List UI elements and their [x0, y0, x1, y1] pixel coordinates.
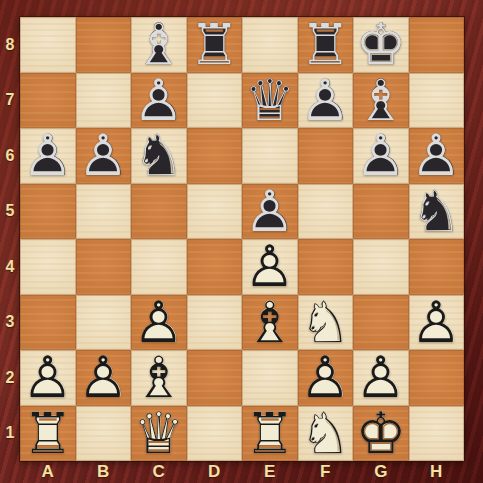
piece-fill-glyph: ♟︎ — [353, 350, 409, 406]
piece-outline-glyph: ♖︎ — [187, 17, 243, 73]
square-f7[interactable]: ♟︎♙︎ — [298, 73, 354, 129]
piece-outline-glyph: ♙︎ — [353, 128, 409, 184]
square-f8[interactable]: ♜︎♖︎ — [298, 17, 354, 73]
file-label-e: E — [242, 461, 298, 483]
square-h5[interactable]: ♞︎♘︎ — [409, 184, 465, 240]
square-a4[interactable] — [20, 239, 76, 295]
piece-fill-glyph: ♚︎ — [353, 406, 409, 462]
piece-white-pawn: ♟︎♙︎ — [353, 350, 409, 406]
square-d7[interactable] — [187, 73, 243, 129]
piece-fill-glyph: ♝︎ — [131, 17, 187, 73]
rank-label-6: 6 — [0, 128, 20, 184]
chess-diagram: 87654321 ♝︎♗︎♜︎♖︎♜︎♖︎♚︎♔︎♟︎♙︎♛︎♕︎♟︎♙︎♝︎♗… — [0, 0, 483, 483]
square-e7[interactable]: ♛︎♕︎ — [242, 73, 298, 129]
square-e2[interactable] — [242, 350, 298, 406]
piece-white-pawn: ♟︎♙︎ — [76, 350, 132, 406]
piece-white-pawn: ♟︎♙︎ — [409, 295, 465, 351]
piece-white-rook: ♜︎♖︎ — [242, 406, 298, 462]
square-e4[interactable]: ♟︎♙︎ — [242, 239, 298, 295]
square-g1[interactable]: ♚︎♔︎ — [353, 406, 409, 462]
piece-fill-glyph: ♞︎ — [298, 295, 354, 351]
piece-black-pawn: ♟︎♙︎ — [353, 128, 409, 184]
piece-outline-glyph: ♙︎ — [131, 295, 187, 351]
piece-outline-glyph: ♗︎ — [131, 17, 187, 73]
square-h3[interactable]: ♟︎♙︎ — [409, 295, 465, 351]
piece-fill-glyph: ♟︎ — [298, 350, 354, 406]
piece-fill-glyph: ♟︎ — [20, 128, 76, 184]
piece-black-bishop: ♝︎♗︎ — [131, 17, 187, 73]
piece-fill-glyph: ♜︎ — [298, 17, 354, 73]
square-g7[interactable]: ♝︎♗︎ — [353, 73, 409, 129]
square-g8[interactable]: ♚︎♔︎ — [353, 17, 409, 73]
piece-white-king: ♚︎♔︎ — [353, 406, 409, 462]
square-f1[interactable]: ♞︎♘︎ — [298, 406, 354, 462]
piece-outline-glyph: ♙︎ — [242, 184, 298, 240]
piece-black-king: ♚︎♔︎ — [353, 17, 409, 73]
piece-white-knight: ♞︎♘︎ — [298, 295, 354, 351]
rank-label-1: 1 — [0, 406, 20, 462]
chess-board: ♝︎♗︎♜︎♖︎♜︎♖︎♚︎♔︎♟︎♙︎♛︎♕︎♟︎♙︎♝︎♗︎♟︎♙︎♟︎♙︎… — [20, 17, 464, 461]
piece-outline-glyph: ♙︎ — [76, 128, 132, 184]
square-d3[interactable] — [187, 295, 243, 351]
piece-outline-glyph: ♙︎ — [131, 73, 187, 129]
piece-outline-glyph: ♗︎ — [242, 295, 298, 351]
piece-white-pawn: ♟︎♙︎ — [131, 295, 187, 351]
piece-fill-glyph: ♞︎ — [131, 128, 187, 184]
square-f4[interactable] — [298, 239, 354, 295]
piece-outline-glyph: ♙︎ — [409, 295, 465, 351]
file-label-c: C — [131, 461, 187, 483]
square-h6[interactable]: ♟︎♙︎ — [409, 128, 465, 184]
piece-outline-glyph: ♙︎ — [298, 350, 354, 406]
square-a6[interactable]: ♟︎♙︎ — [20, 128, 76, 184]
piece-black-pawn: ♟︎♙︎ — [131, 73, 187, 129]
piece-fill-glyph: ♟︎ — [298, 73, 354, 129]
square-b1[interactable] — [76, 406, 132, 462]
square-b8[interactable] — [76, 17, 132, 73]
piece-outline-glyph: ♔︎ — [353, 406, 409, 462]
piece-outline-glyph: ♙︎ — [298, 73, 354, 129]
piece-black-queen: ♛︎♕︎ — [242, 73, 298, 129]
piece-fill-glyph: ♟︎ — [20, 350, 76, 406]
square-g2[interactable]: ♟︎♙︎ — [353, 350, 409, 406]
piece-black-knight: ♞︎♘︎ — [131, 128, 187, 184]
square-f6[interactable] — [298, 128, 354, 184]
square-b2[interactable]: ♟︎♙︎ — [76, 350, 132, 406]
square-c7[interactable]: ♟︎♙︎ — [131, 73, 187, 129]
piece-fill-glyph: ♝︎ — [242, 295, 298, 351]
rank-label-3: 3 — [0, 295, 20, 351]
square-a1[interactable]: ♜︎♖︎ — [20, 406, 76, 462]
square-h8[interactable] — [409, 17, 465, 73]
square-h1[interactable] — [409, 406, 465, 462]
piece-fill-glyph: ♛︎ — [131, 406, 187, 462]
piece-white-bishop: ♝︎♗︎ — [242, 295, 298, 351]
piece-white-rook: ♜︎♖︎ — [20, 406, 76, 462]
rank-label-4: 4 — [0, 239, 20, 295]
piece-fill-glyph: ♜︎ — [187, 17, 243, 73]
square-f2[interactable]: ♟︎♙︎ — [298, 350, 354, 406]
square-b4[interactable] — [76, 239, 132, 295]
rank-label-8: 8 — [0, 17, 20, 73]
piece-outline-glyph: ♙︎ — [20, 350, 76, 406]
piece-black-knight: ♞︎♘︎ — [409, 184, 465, 240]
piece-outline-glyph: ♗︎ — [131, 350, 187, 406]
square-b6[interactable]: ♟︎♙︎ — [76, 128, 132, 184]
rank-labels: 87654321 — [0, 17, 20, 461]
piece-fill-glyph: ♞︎ — [409, 184, 465, 240]
piece-fill-glyph: ♟︎ — [353, 128, 409, 184]
square-c6[interactable]: ♞︎♘︎ — [131, 128, 187, 184]
piece-white-pawn: ♟︎♙︎ — [242, 239, 298, 295]
piece-fill-glyph: ♚︎ — [353, 17, 409, 73]
square-d5[interactable] — [187, 184, 243, 240]
rank-label-2: 2 — [0, 350, 20, 406]
piece-outline-glyph: ♖︎ — [298, 17, 354, 73]
square-b7[interactable] — [76, 73, 132, 129]
piece-black-pawn: ♟︎♙︎ — [20, 128, 76, 184]
piece-white-pawn: ♟︎♙︎ — [298, 350, 354, 406]
square-c3[interactable]: ♟︎♙︎ — [131, 295, 187, 351]
piece-fill-glyph: ♟︎ — [76, 128, 132, 184]
piece-fill-glyph: ♟︎ — [242, 184, 298, 240]
piece-fill-glyph: ♝︎ — [353, 73, 409, 129]
piece-fill-glyph: ♟︎ — [409, 128, 465, 184]
piece-black-pawn: ♟︎♙︎ — [409, 128, 465, 184]
piece-outline-glyph: ♗︎ — [353, 73, 409, 129]
square-b3[interactable] — [76, 295, 132, 351]
piece-white-queen: ♛︎♕︎ — [131, 406, 187, 462]
square-e1[interactable]: ♜︎♖︎ — [242, 406, 298, 462]
piece-outline-glyph: ♘︎ — [298, 406, 354, 462]
piece-black-pawn: ♟︎♙︎ — [298, 73, 354, 129]
piece-outline-glyph: ♘︎ — [298, 295, 354, 351]
square-h4[interactable] — [409, 239, 465, 295]
square-d4[interactable] — [187, 239, 243, 295]
file-label-d: D — [187, 461, 243, 483]
square-g3[interactable] — [353, 295, 409, 351]
square-e3[interactable]: ♝︎♗︎ — [242, 295, 298, 351]
piece-fill-glyph: ♜︎ — [20, 406, 76, 462]
piece-fill-glyph: ♜︎ — [242, 406, 298, 462]
piece-black-rook: ♜︎♖︎ — [298, 17, 354, 73]
square-c4[interactable] — [131, 239, 187, 295]
file-label-g: G — [353, 461, 409, 483]
piece-outline-glyph: ♙︎ — [353, 350, 409, 406]
piece-outline-glyph: ♙︎ — [20, 128, 76, 184]
square-a5[interactable] — [20, 184, 76, 240]
square-e5[interactable]: ♟︎♙︎ — [242, 184, 298, 240]
piece-black-pawn: ♟︎♙︎ — [76, 128, 132, 184]
square-g6[interactable]: ♟︎♙︎ — [353, 128, 409, 184]
piece-white-bishop: ♝︎♗︎ — [131, 350, 187, 406]
square-e6[interactable] — [242, 128, 298, 184]
square-a8[interactable] — [20, 17, 76, 73]
piece-fill-glyph: ♟︎ — [409, 295, 465, 351]
piece-outline-glyph: ♕︎ — [131, 406, 187, 462]
file-label-b: B — [76, 461, 132, 483]
square-g5[interactable] — [353, 184, 409, 240]
square-g4[interactable] — [353, 239, 409, 295]
file-label-f: F — [298, 461, 354, 483]
piece-outline-glyph: ♙︎ — [76, 350, 132, 406]
square-a2[interactable]: ♟︎♙︎ — [20, 350, 76, 406]
piece-fill-glyph: ♝︎ — [131, 350, 187, 406]
rank-label-5: 5 — [0, 184, 20, 240]
piece-outline-glyph: ♘︎ — [131, 128, 187, 184]
piece-outline-glyph: ♖︎ — [242, 406, 298, 462]
square-c2[interactable]: ♝︎♗︎ — [131, 350, 187, 406]
file-label-h: H — [409, 461, 465, 483]
square-a3[interactable] — [20, 295, 76, 351]
square-h7[interactable] — [409, 73, 465, 129]
square-b5[interactable] — [76, 184, 132, 240]
piece-fill-glyph: ♟︎ — [76, 350, 132, 406]
square-f3[interactable]: ♞︎♘︎ — [298, 295, 354, 351]
piece-outline-glyph: ♘︎ — [409, 184, 465, 240]
square-f5[interactable] — [298, 184, 354, 240]
piece-fill-glyph: ♟︎ — [131, 295, 187, 351]
square-h2[interactable] — [409, 350, 465, 406]
square-d6[interactable] — [187, 128, 243, 184]
square-c5[interactable] — [131, 184, 187, 240]
piece-white-knight: ♞︎♘︎ — [298, 406, 354, 462]
piece-outline-glyph: ♔︎ — [353, 17, 409, 73]
piece-fill-glyph: ♞︎ — [298, 406, 354, 462]
square-e8[interactable] — [242, 17, 298, 73]
square-a7[interactable] — [20, 73, 76, 129]
piece-outline-glyph: ♙︎ — [242, 239, 298, 295]
rank-label-7: 7 — [0, 73, 20, 129]
square-d8[interactable]: ♜︎♖︎ — [187, 17, 243, 73]
piece-fill-glyph: ♟︎ — [242, 239, 298, 295]
piece-outline-glyph: ♙︎ — [409, 128, 465, 184]
piece-black-pawn: ♟︎♙︎ — [242, 184, 298, 240]
file-labels: ABCDEFGH — [20, 461, 464, 483]
piece-black-rook: ♜︎♖︎ — [187, 17, 243, 73]
piece-black-bishop: ♝︎♗︎ — [353, 73, 409, 129]
square-d1[interactable] — [187, 406, 243, 462]
square-c8[interactable]: ♝︎♗︎ — [131, 17, 187, 73]
file-label-a: A — [20, 461, 76, 483]
piece-white-pawn: ♟︎♙︎ — [20, 350, 76, 406]
piece-fill-glyph: ♟︎ — [131, 73, 187, 129]
piece-outline-glyph: ♖︎ — [20, 406, 76, 462]
piece-fill-glyph: ♛︎ — [242, 73, 298, 129]
square-d2[interactable] — [187, 350, 243, 406]
piece-outline-glyph: ♕︎ — [242, 73, 298, 129]
square-c1[interactable]: ♛︎♕︎ — [131, 406, 187, 462]
